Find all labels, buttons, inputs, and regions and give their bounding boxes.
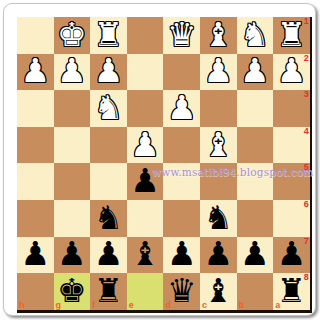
square-c7[interactable]: ♟ <box>200 237 237 274</box>
file-label-e: e <box>129 300 134 310</box>
square-a2[interactable]: ♟2 <box>273 54 310 91</box>
square-e7[interactable]: ♝ <box>127 237 164 274</box>
square-b7[interactable]: ♟ <box>237 237 274 274</box>
square-g7[interactable]: ♟ <box>54 237 91 274</box>
square-h3[interactable] <box>17 90 54 127</box>
square-f2[interactable]: ♟ <box>90 54 127 91</box>
piece-white-queen[interactable]: ♛ <box>167 18 197 51</box>
rank-label-1: 1 <box>304 16 309 26</box>
square-f8[interactable]: ♜f <box>90 273 127 310</box>
square-g2[interactable]: ♟ <box>54 54 91 91</box>
square-h1[interactable] <box>17 17 54 54</box>
piece-white-pawn[interactable]: ♟ <box>57 54 87 87</box>
file-label-c: c <box>202 300 207 310</box>
piece-white-pawn[interactable]: ♟ <box>240 54 270 87</box>
piece-white-pawn[interactable]: ♟ <box>277 54 307 87</box>
rank-label-4: 4 <box>304 126 309 136</box>
square-f3[interactable]: ♞ <box>90 90 127 127</box>
piece-black-pawn[interactable]: ♟ <box>203 237 233 270</box>
square-a7[interactable]: ♟7 <box>273 237 310 274</box>
piece-black-bishop[interactable]: ♝ <box>203 274 233 307</box>
square-d3[interactable]: ♟ <box>163 90 200 127</box>
square-a1[interactable]: ♜1 <box>273 17 310 54</box>
piece-black-pawn[interactable]: ♟ <box>94 237 124 270</box>
piece-black-bishop[interactable]: ♝ <box>130 237 160 270</box>
piece-white-pawn[interactable]: ♟ <box>94 54 124 87</box>
square-f6[interactable]: ♞ <box>90 200 127 237</box>
square-e2[interactable] <box>127 54 164 91</box>
square-a5[interactable]: 5 <box>273 163 310 200</box>
square-d6[interactable] <box>163 200 200 237</box>
square-d5[interactable] <box>163 163 200 200</box>
piece-black-rook[interactable]: ♜ <box>277 274 307 307</box>
square-g3[interactable] <box>54 90 91 127</box>
square-b3[interactable] <box>237 90 274 127</box>
square-h7[interactable]: ♟ <box>17 237 54 274</box>
square-e5[interactable]: ♟ <box>127 163 164 200</box>
piece-white-pawn[interactable]: ♟ <box>130 128 160 161</box>
piece-black-rook[interactable]: ♜ <box>94 274 124 307</box>
square-c8[interactable]: ♝c <box>200 273 237 310</box>
square-h8[interactable]: h <box>17 273 54 310</box>
file-label-d: d <box>165 300 171 310</box>
piece-black-queen[interactable]: ♛ <box>167 274 197 307</box>
square-b6[interactable] <box>237 200 274 237</box>
piece-white-rook[interactable]: ♜ <box>277 18 307 51</box>
square-e6[interactable] <box>127 200 164 237</box>
square-d1[interactable]: ♛ <box>163 17 200 54</box>
square-g8[interactable]: ♚g <box>54 273 91 310</box>
piece-white-pawn[interactable]: ♟ <box>167 91 197 124</box>
square-a6[interactable]: 6 <box>273 200 310 237</box>
square-b2[interactable]: ♟ <box>237 54 274 91</box>
piece-white-pawn[interactable]: ♟ <box>21 54 51 87</box>
piece-white-pawn[interactable]: ♟ <box>203 54 233 87</box>
rank-label-8: 8 <box>304 272 309 282</box>
piece-white-knight[interactable]: ♞ <box>94 91 124 124</box>
piece-white-rook[interactable]: ♜ <box>94 18 124 51</box>
file-label-a: a <box>275 300 280 310</box>
square-f1[interactable]: ♜ <box>90 17 127 54</box>
square-f4[interactable] <box>90 127 127 164</box>
rank-label-3: 3 <box>304 89 309 99</box>
square-e4[interactable]: ♟ <box>127 127 164 164</box>
square-g1[interactable]: ♚ <box>54 17 91 54</box>
square-e1[interactable] <box>127 17 164 54</box>
file-label-h: h <box>19 300 25 310</box>
square-b5[interactable] <box>237 163 274 200</box>
square-d2[interactable] <box>163 54 200 91</box>
square-h4[interactable] <box>17 127 54 164</box>
square-d4[interactable] <box>163 127 200 164</box>
piece-black-knight[interactable]: ♞ <box>94 201 124 234</box>
square-b4[interactable] <box>237 127 274 164</box>
file-label-g: g <box>56 300 62 310</box>
square-h6[interactable] <box>17 200 54 237</box>
rank-label-6: 6 <box>304 199 309 209</box>
square-f7[interactable]: ♟ <box>90 237 127 274</box>
piece-black-knight[interactable]: ♞ <box>203 201 233 234</box>
piece-white-bishop[interactable]: ♝ <box>203 128 233 161</box>
square-a4[interactable]: 4 <box>273 127 310 164</box>
piece-black-pawn[interactable]: ♟ <box>21 237 51 270</box>
piece-black-pawn[interactable]: ♟ <box>240 237 270 270</box>
square-g5[interactable] <box>54 163 91 200</box>
piece-black-pawn[interactable]: ♟ <box>130 164 160 197</box>
square-d7[interactable]: ♟ <box>163 237 200 274</box>
square-d8[interactable]: ♛d <box>163 273 200 310</box>
piece-white-king[interactable]: ♚ <box>57 18 87 51</box>
square-c5[interactable] <box>200 163 237 200</box>
square-f5[interactable] <box>90 163 127 200</box>
piece-black-pawn[interactable]: ♟ <box>277 237 307 270</box>
square-h2[interactable]: ♟ <box>17 54 54 91</box>
rank-label-5: 5 <box>304 162 309 172</box>
square-h5[interactable] <box>17 163 54 200</box>
piece-black-king[interactable]: ♚ <box>57 274 87 307</box>
square-a3[interactable]: 3 <box>273 90 310 127</box>
piece-white-bishop[interactable]: ♝ <box>203 18 233 51</box>
square-c6[interactable]: ♞ <box>200 200 237 237</box>
chess-board: ♚♜♛♝♞♜1♟♟♟♟♟♟2♞♟3♟♝4♟5♞♞6♟♟♟♝♟♟♟♟7h♚g♜fe… <box>17 17 312 313</box>
photo-frame: ♚♜♛♝♞♜1♟♟♟♟♟♟2♞♟3♟♝4♟5♞♞6♟♟♟♝♟♟♟♟7h♚g♜fe… <box>3 3 316 316</box>
square-g6[interactable] <box>54 200 91 237</box>
square-g4[interactable] <box>54 127 91 164</box>
square-b1[interactable]: ♞ <box>237 17 274 54</box>
square-c1[interactable]: ♝ <box>200 17 237 54</box>
square-b8[interactable]: b <box>237 273 274 310</box>
rank-label-2: 2 <box>304 53 309 63</box>
file-label-b: b <box>239 300 245 310</box>
rank-label-7: 7 <box>304 236 309 246</box>
square-c3[interactable] <box>200 90 237 127</box>
piece-black-pawn[interactable]: ♟ <box>167 237 197 270</box>
square-e3[interactable] <box>127 90 164 127</box>
square-a8[interactable]: ♜8a <box>273 273 310 310</box>
piece-black-pawn[interactable]: ♟ <box>57 237 87 270</box>
piece-white-knight[interactable]: ♞ <box>240 18 270 51</box>
square-e8[interactable]: e <box>127 273 164 310</box>
square-c2[interactable]: ♟ <box>200 54 237 91</box>
file-label-f: f <box>92 300 95 310</box>
square-c4[interactable]: ♝ <box>200 127 237 164</box>
